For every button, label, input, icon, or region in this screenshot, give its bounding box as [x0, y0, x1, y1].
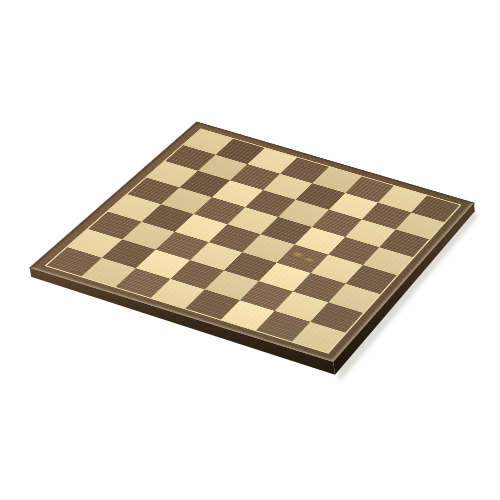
photo-background	[0, 0, 500, 500]
